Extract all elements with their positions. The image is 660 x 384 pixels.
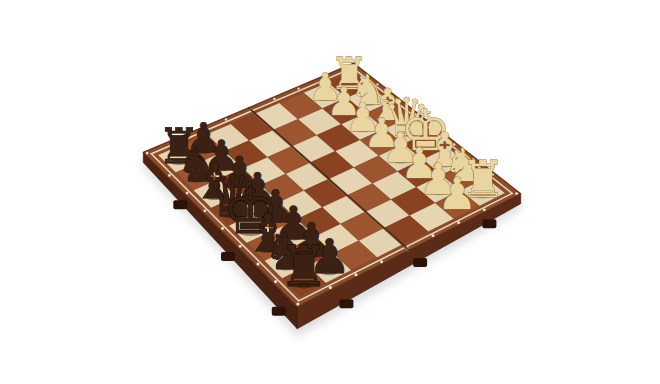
board-foot (482, 219, 496, 228)
inlay-dot (354, 273, 357, 276)
inlay-dot (515, 192, 518, 195)
inlay-dot (432, 234, 435, 237)
inlay-dot (274, 280, 277, 283)
inlay-dot (168, 174, 171, 177)
product-photo: ♜♟♞♟♝♟♛♟♚♟♟♜♝♟♟♞♞♟♟♜♝♟♟♛♟♚♟♝♟♞♟♜ (0, 0, 660, 384)
inlay-dot (483, 209, 486, 212)
inlay-dot (329, 286, 332, 289)
board-foot (173, 200, 187, 209)
inlay-dot (457, 221, 460, 224)
board-foot (221, 252, 235, 261)
board-foot (339, 299, 353, 308)
inlay-dot (380, 260, 383, 263)
inlay-dot (296, 302, 299, 305)
inlay-dot (146, 152, 149, 155)
piece-black-rook: ♜ (279, 234, 330, 299)
board-foot (272, 307, 286, 316)
inlay-dot (186, 192, 189, 195)
inlay-dot (297, 88, 299, 90)
inlay-dot (273, 98, 275, 100)
inlay-dot (225, 118, 227, 120)
board-foot (413, 258, 427, 267)
chessboard: ♜♟♞♟♝♟♛♟♚♟♟♜♝♟♟♞♞♟♟♜♝♟♟♛♟♚♟♝♟♞♟♜ (0, 0, 660, 384)
piece-white-pawn: ♟ (437, 168, 476, 219)
